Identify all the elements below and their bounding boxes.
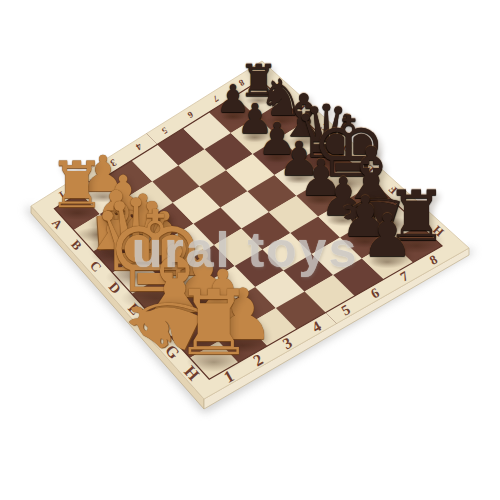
chess-board: AA11BB22CC33DD44EE55FF66GG77HH88	[0, 0, 500, 500]
product-photo-chess-set: AA11BB22CC33DD44EE55FF66GG77HH88 ♜♟♞♟♝♟♛…	[0, 0, 500, 500]
